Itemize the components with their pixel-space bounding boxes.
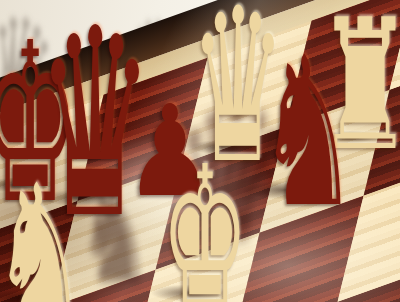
- chess-photo-scene: ♛ ♛ ♛ ♞ ♜ ♛ ♟ ♚ ♛ ♞ ♚ ♞: [0, 0, 400, 302]
